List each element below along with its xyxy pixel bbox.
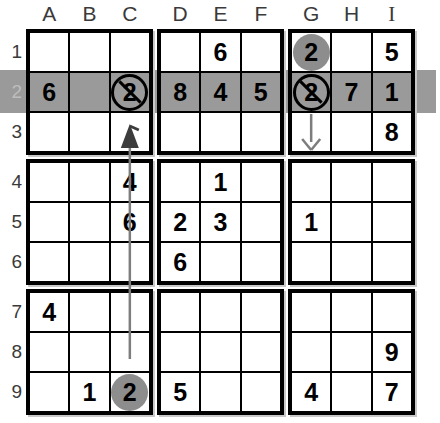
cell-D3[interactable] [160,112,200,152]
col-label-I: I [379,2,405,27]
given-digit: 8 [385,118,399,147]
box-7: 412 [26,289,153,415]
cell-E4[interactable]: 1 [200,162,240,202]
cell-F7[interactable] [241,292,281,332]
mark-value: 2 [304,38,318,67]
box-6: 1 [288,159,415,285]
cell-H1[interactable] [331,32,371,72]
col-label-B: B [77,2,103,26]
crossed-out-2-mark: 2 [111,74,148,111]
cell-E3[interactable] [200,112,240,152]
cell-A1[interactable] [29,32,69,72]
given-digit: 4 [42,298,56,327]
cell-E8[interactable] [200,332,240,372]
cell-H8[interactable] [331,332,371,372]
cell-B6[interactable] [69,242,109,282]
circled-2-mark: 2 [111,374,148,411]
cell-G8[interactable] [291,332,331,372]
row-label-3: 3 [1,121,22,143]
cell-A2[interactable]: 6 [29,72,69,112]
cell-C8[interactable] [110,332,150,372]
cell-F6[interactable] [241,242,281,282]
cell-C7[interactable] [110,292,150,332]
cell-G2[interactable]: 2 [291,72,331,112]
col-label-C: C [117,2,143,26]
cell-F8[interactable] [241,332,281,372]
cell-I3[interactable]: 8 [372,112,412,152]
mark-value: 2 [123,378,137,407]
cell-A3[interactable] [29,112,69,152]
given-digit: 4 [214,78,228,107]
row-label-9: 9 [1,381,22,403]
given-digit: 5 [173,378,187,407]
given-digit: 4 [304,378,318,407]
cell-A8[interactable] [29,332,69,372]
cell-H3[interactable] [331,112,371,152]
row-label-2: 2 [1,81,22,103]
given-digit: 1 [83,378,97,407]
cell-I1[interactable]: 5 [372,32,412,72]
cell-D2[interactable]: 8 [160,72,200,112]
cell-H2[interactable]: 7 [331,72,371,112]
cell-A9[interactable] [29,372,69,412]
given-digit: 7 [385,378,399,407]
cell-B2[interactable] [69,72,109,112]
cell-A7[interactable]: 4 [29,292,69,332]
cell-G1[interactable]: 2 [291,32,331,72]
box-4: 46 [26,159,153,285]
cell-B9[interactable]: 1 [69,372,109,412]
box-3: 252718 [288,29,415,155]
cell-F2[interactable]: 5 [241,72,281,112]
col-label-G: G [298,2,324,26]
cell-I6[interactable] [372,242,412,282]
cell-A4[interactable] [29,162,69,202]
cell-I9[interactable]: 7 [372,372,412,412]
given-digit: 6 [214,38,228,67]
cell-H5[interactable] [331,202,371,242]
cell-H7[interactable] [331,292,371,332]
cell-D8[interactable] [160,332,200,372]
cell-I5[interactable] [372,202,412,242]
row-label-7: 7 [1,301,22,323]
cell-H4[interactable] [331,162,371,202]
cell-F4[interactable] [241,162,281,202]
given-digit: 9 [385,338,399,367]
box-2: 6845 [157,29,284,155]
col-label-A: A [36,2,62,26]
given-digit: 6 [173,248,187,277]
cell-E2[interactable]: 4 [200,72,240,112]
cell-G3[interactable] [291,112,331,152]
cell-D5[interactable]: 2 [160,202,200,242]
col-label-F: F [248,2,274,26]
given-digit: 7 [345,78,359,107]
cell-C2[interactable]: 2 [110,72,150,112]
given-digit: 4 [123,168,137,197]
given-digit: 3 [214,208,228,237]
cell-G4[interactable] [291,162,331,202]
cell-B5[interactable] [69,202,109,242]
cell-A6[interactable] [29,242,69,282]
cell-I4[interactable] [372,162,412,202]
given-digit: 2 [173,208,187,237]
circled-2-mark: 2 [293,34,330,71]
col-label-D: D [167,2,193,26]
box-5: 1236 [157,159,284,285]
cell-D6[interactable]: 6 [160,242,200,282]
row-label-6: 6 [1,251,22,273]
cell-C5[interactable]: 6 [110,202,150,242]
cell-G7[interactable] [291,292,331,332]
cell-D1[interactable] [160,32,200,72]
cell-E7[interactable] [200,292,240,332]
cell-G9[interactable]: 4 [291,372,331,412]
given-digit: 8 [173,78,187,107]
cell-E6[interactable] [200,242,240,282]
cell-E5[interactable]: 3 [200,202,240,242]
cell-I7[interactable] [372,292,412,332]
sudoku-diagram: 62684525271846123614125947 ABCDEFGHI1234… [0,0,440,423]
cell-E1[interactable]: 6 [200,32,240,72]
given-digit: 6 [123,208,137,237]
cell-B7[interactable] [69,292,109,332]
col-label-H: H [339,2,365,26]
cell-F5[interactable] [241,202,281,242]
cell-I8[interactable]: 9 [372,332,412,372]
cell-B3[interactable] [69,112,109,152]
cell-C6[interactable] [110,242,150,282]
cell-C3[interactable] [110,112,150,152]
box-8: 5 [157,289,284,415]
cell-G6[interactable] [291,242,331,282]
cell-A5[interactable] [29,202,69,242]
cell-C9[interactable]: 2 [110,372,150,412]
cell-C1[interactable] [110,32,150,72]
cell-D7[interactable] [160,292,200,332]
col-label-E: E [208,2,234,26]
given-digit: 5 [385,38,399,67]
row-label-1: 1 [1,41,22,63]
cell-H9[interactable] [331,372,371,412]
cell-H6[interactable] [331,242,371,282]
given-digit: 1 [385,78,399,107]
cell-B1[interactable] [69,32,109,72]
given-digit: 1 [304,208,318,237]
row-label-8: 8 [1,341,22,363]
crossed-out-2-mark: 2 [293,74,330,111]
box-9: 947 [288,289,415,415]
cell-I2[interactable]: 1 [372,72,412,112]
given-digit: 5 [254,78,268,107]
row-label-4: 4 [1,171,22,193]
given-digit: 6 [42,78,56,107]
given-digit: 1 [214,168,228,197]
cell-B8[interactable] [69,332,109,372]
cell-B4[interactable] [69,162,109,202]
cell-F3[interactable] [241,112,281,152]
cell-E9[interactable] [200,372,240,412]
cell-C4[interactable]: 4 [110,162,150,202]
cell-D9[interactable]: 5 [160,372,200,412]
cell-F9[interactable] [241,372,281,412]
box-1: 62 [26,29,153,155]
cell-G5[interactable]: 1 [291,202,331,242]
cell-F1[interactable] [241,32,281,72]
row-label-5: 5 [1,211,22,233]
cell-D4[interactable] [160,162,200,202]
